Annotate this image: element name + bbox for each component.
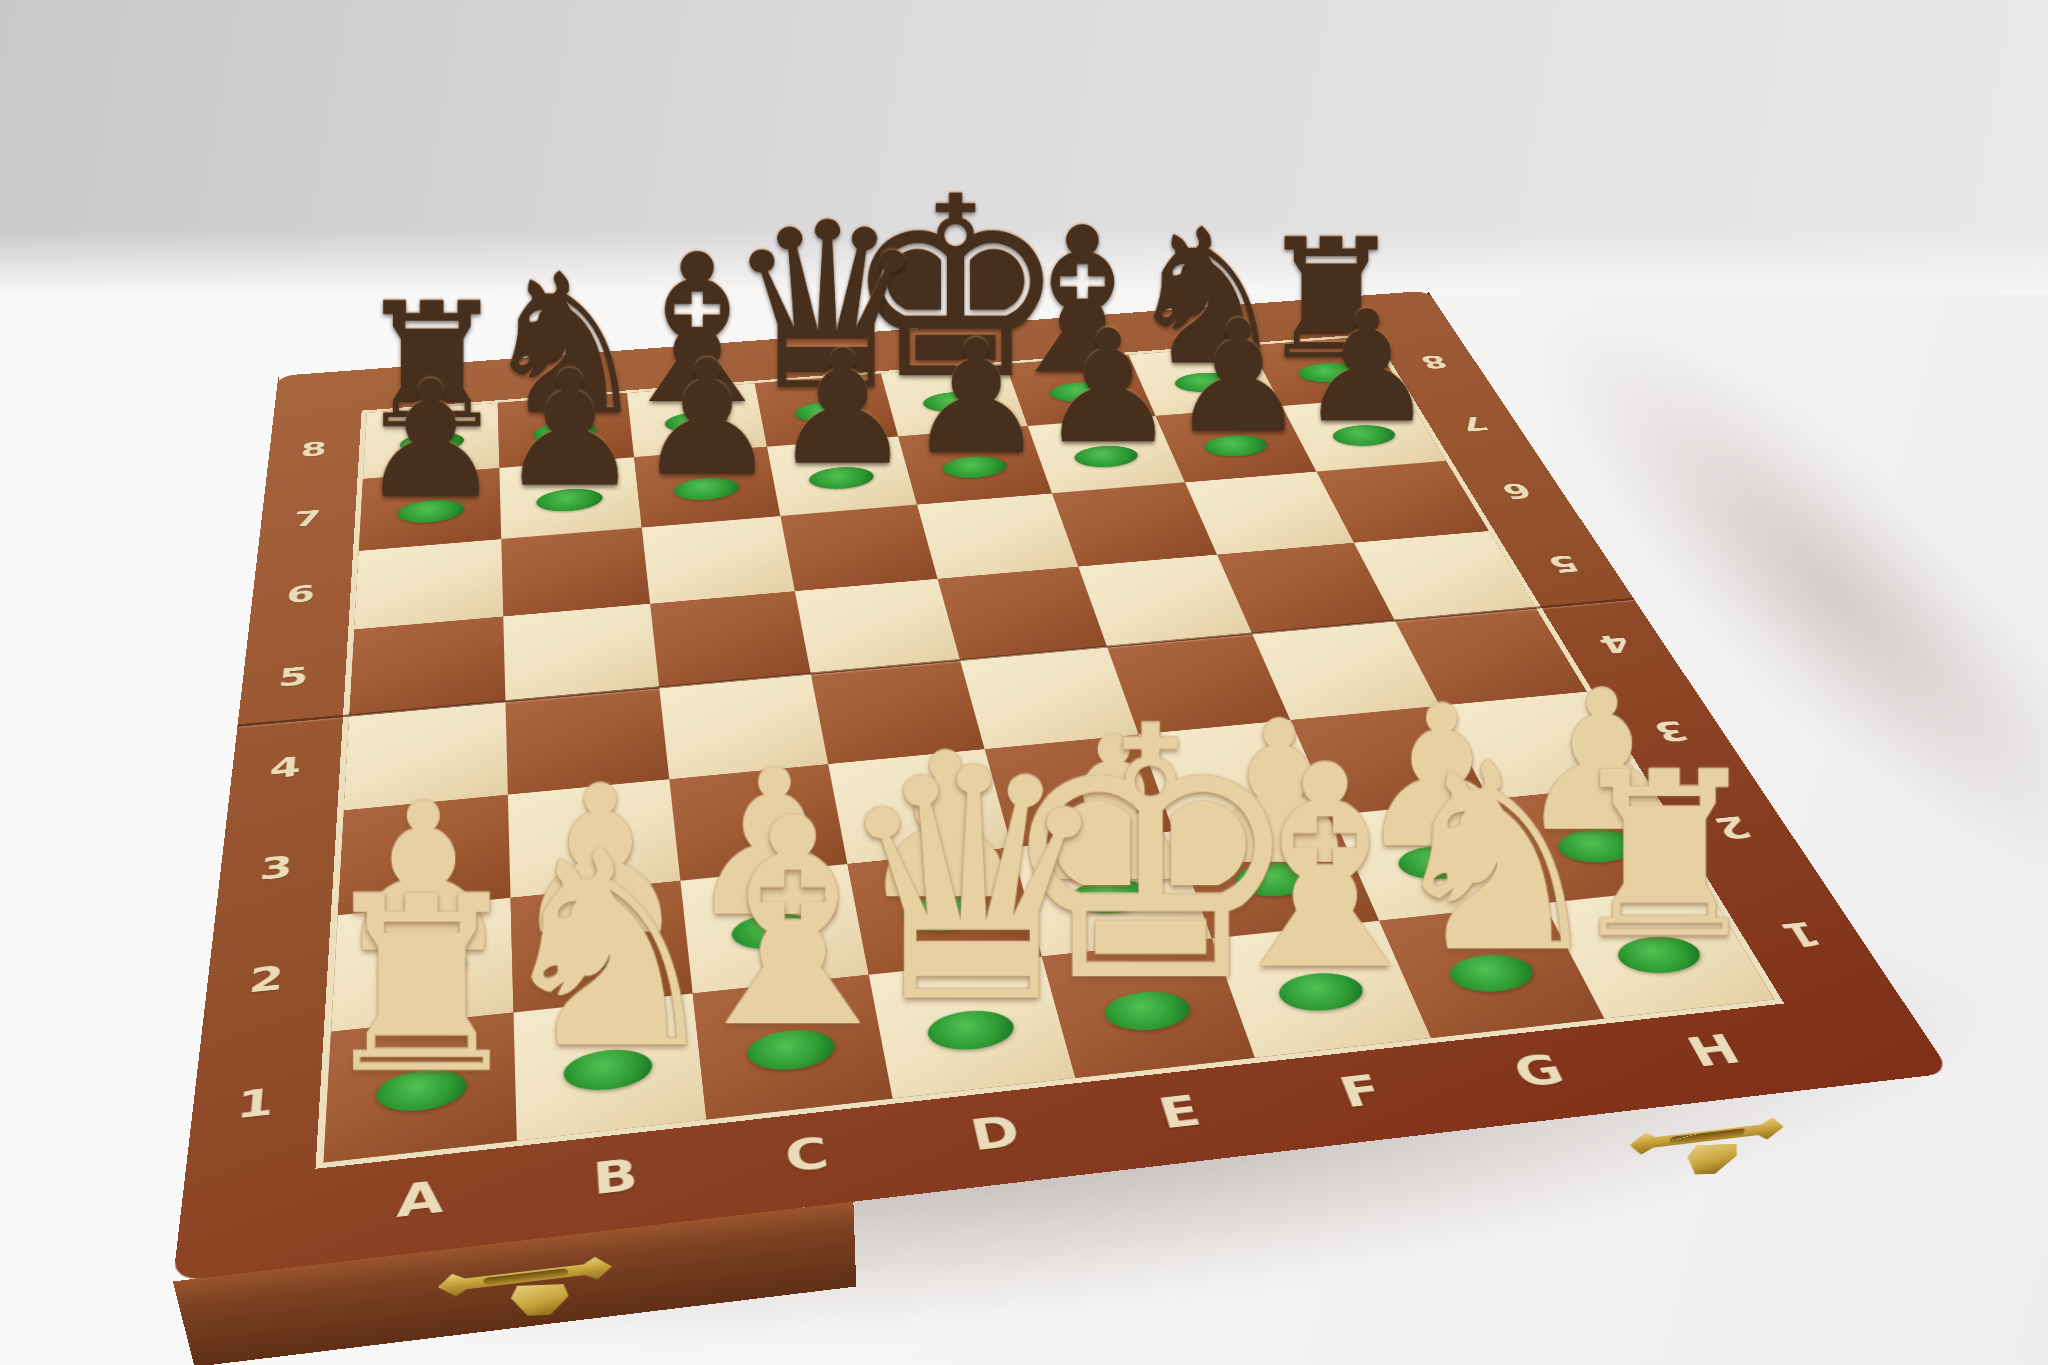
square-c6[interactable] — [642, 516, 795, 604]
latch-slot — [483, 1268, 568, 1285]
latch-hasp — [510, 1284, 569, 1316]
rank-label-left-4: 4 — [226, 716, 341, 821]
latch-hasp — [1680, 1144, 1741, 1175]
pawn-icon: ♟ — [636, 343, 779, 494]
square-e5[interactable] — [938, 567, 1107, 660]
square-f7[interactable]: ♟ — [1028, 416, 1185, 493]
rank-label-left-2: 2 — [200, 916, 328, 1046]
square-h5[interactable] — [1354, 531, 1536, 620]
pawn-icon: ♟ — [358, 364, 503, 517]
square-d5[interactable] — [795, 579, 960, 674]
latch-slot — [1669, 1128, 1745, 1144]
square-c5[interactable] — [650, 591, 811, 687]
square-b5[interactable] — [503, 604, 659, 702]
rank-label-left-5: 5 — [238, 630, 347, 726]
rank-label-left-1: 1 — [185, 1033, 321, 1178]
rook-icon: ♜ — [313, 870, 530, 1100]
pawn-icon: ♟ — [906, 323, 1047, 472]
square-g7[interactable]: ♟ — [1156, 406, 1317, 482]
pawn-icon: ♟ — [1298, 294, 1436, 440]
square-e6[interactable] — [917, 493, 1078, 578]
square-d7[interactable]: ♟ — [767, 436, 917, 516]
square-e7[interactable]: ♟ — [898, 426, 1052, 504]
pawn-icon: ♟ — [498, 354, 642, 506]
square-d6[interactable] — [780, 505, 937, 592]
square-b1[interactable]: ♞ — [514, 993, 707, 1140]
square-a7[interactable]: ♟ — [359, 468, 501, 551]
square-a5[interactable] — [349, 616, 505, 715]
rank-label-left-8: 8 — [265, 413, 359, 486]
pawn-icon: ♟ — [1038, 314, 1178, 462]
pawn-icon: ♟ — [772, 333, 914, 483]
square-c7[interactable]: ♟ — [634, 447, 780, 528]
square-a1[interactable]: ♜ — [324, 1012, 517, 1162]
pawn-icon: ♟ — [1169, 304, 1308, 451]
square-b7[interactable]: ♟ — [499, 457, 641, 539]
rank-label-left-7: 7 — [257, 479, 356, 559]
photo-scene: 87654321 87654321 ABCDEFGH ♜♞♝♛♚♝♞♜♟♟♟♟♟… — [0, 0, 2048, 1365]
square-a6[interactable] — [354, 539, 503, 629]
square-b6[interactable] — [501, 527, 650, 616]
brass-latch-left — [436, 1253, 617, 1330]
rank-label-left-6: 6 — [248, 551, 351, 638]
